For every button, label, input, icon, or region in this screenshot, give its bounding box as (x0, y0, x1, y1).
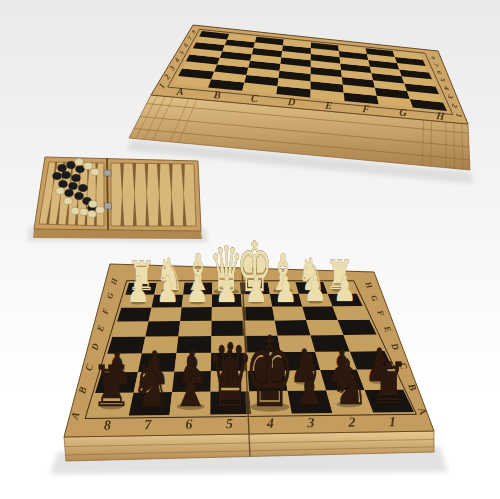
scene-svg: ABCDEFGH1234567812345678 87654321HGFEDCB… (0, 0, 500, 499)
piece-dark-king: ♚ (245, 315, 296, 429)
board-square (112, 321, 148, 337)
checker-cream (75, 158, 84, 165)
checker-cream (80, 208, 89, 215)
checker-black (58, 164, 67, 171)
checker-black (59, 180, 68, 187)
tray-fold-seam (107, 158, 108, 230)
piece-dark-rook: ♜ (368, 351, 408, 416)
piece-dark-knight: ♞ (329, 346, 369, 418)
piece-dark-knight: ♞ (131, 349, 171, 421)
checker-black (75, 192, 84, 199)
checker-black (76, 165, 85, 172)
checker-cream (84, 162, 93, 169)
piece-white-pawn: ♟ (274, 268, 297, 309)
checker-cream (71, 207, 80, 214)
coordinate-label: E (324, 100, 333, 112)
coordinate-label: B (212, 89, 221, 101)
piece-white-pawn: ♟ (186, 269, 209, 310)
backgammon-tray (27, 157, 208, 242)
piece-white-pawn: ♟ (245, 268, 268, 309)
product-photo: ABCDEFGH1234567812345678 87654321HGFEDCB… (0, 0, 500, 499)
checker-black (69, 182, 78, 189)
coordinate-label: A (175, 85, 184, 97)
board-square (145, 321, 180, 337)
checker-black (65, 189, 74, 196)
checker-black (53, 172, 62, 179)
checker-black (62, 171, 71, 178)
piece-white-pawn: ♟ (304, 268, 327, 309)
piece-white-pawn: ♟ (127, 269, 150, 310)
checker-cream (91, 168, 100, 175)
piece-white-pawn: ♟ (333, 268, 356, 309)
piece-white-pawn: ♟ (215, 269, 238, 310)
piece-white-pawn: ♟ (156, 269, 179, 310)
checker-black (72, 174, 81, 181)
checker-cream (56, 187, 65, 194)
checker-cream (64, 197, 73, 204)
hinge (104, 170, 111, 176)
rank-label: 8 (104, 418, 111, 433)
piece-dark-bishop: ♝ (171, 341, 210, 423)
piece-dark-rook: ♜ (91, 354, 131, 419)
coordinate-label: D (286, 96, 296, 108)
checker-cream (96, 206, 105, 213)
board-square (306, 320, 343, 335)
piece-dark-bishop: ♝ (290, 339, 329, 421)
hinge (105, 203, 112, 209)
checker-cream (89, 200, 98, 207)
checker-black (79, 184, 88, 191)
checker-black (67, 161, 76, 168)
coordinate-label: G (399, 107, 408, 119)
fold-seam (249, 434, 250, 457)
coordinate-label: F (361, 103, 370, 115)
rank-label: 1 (389, 414, 396, 429)
checker-cream (88, 210, 97, 217)
